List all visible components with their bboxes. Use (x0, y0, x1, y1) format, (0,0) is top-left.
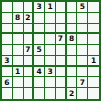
cell-r8c7[interactable] (67, 77, 78, 88)
cell-r4c6: 7 (56, 34, 67, 45)
cell-r2c1[interactable] (2, 13, 13, 24)
cell-r9c1[interactable] (2, 88, 13, 99)
given-digit: 5 (80, 3, 85, 11)
cell-r8c2[interactable] (13, 77, 24, 88)
cell-r6c2[interactable] (13, 56, 24, 67)
cell-r5c7[interactable] (67, 45, 78, 56)
given-digit: 7 (25, 46, 30, 54)
cell-r1c1[interactable] (2, 2, 13, 13)
cell-r3c7[interactable] (67, 24, 78, 35)
given-digit: 7 (58, 35, 63, 43)
cell-r8c1: 6 (2, 77, 13, 88)
cell-r7c7[interactable] (67, 67, 78, 78)
given-digit: 3 (37, 3, 42, 11)
cell-r8c4[interactable] (34, 77, 45, 88)
cell-r1c3[interactable] (24, 2, 35, 13)
cell-r3c3[interactable] (24, 24, 35, 35)
cell-r8c9[interactable] (88, 77, 99, 88)
cell-r1c2[interactable] (13, 2, 24, 13)
cell-r3c1[interactable] (2, 24, 13, 35)
cell-r5c9[interactable] (88, 45, 99, 56)
cell-r1c6[interactable] (56, 2, 67, 13)
cell-r2c6[interactable] (56, 13, 67, 24)
cell-r9c7: 2 (67, 88, 78, 99)
given-digit: 8 (15, 14, 20, 22)
given-digit: 3 (4, 57, 9, 65)
given-digit: 1 (15, 68, 20, 76)
cell-r9c9[interactable] (88, 88, 99, 99)
given-digit: 8 (69, 35, 74, 43)
cell-r3c9[interactable] (88, 24, 99, 35)
given-digit: 1 (91, 57, 96, 65)
cell-r4c8[interactable] (77, 34, 88, 45)
cell-r2c2: 8 (13, 13, 24, 24)
cell-r7c5: 3 (45, 67, 56, 78)
cell-r3c2[interactable] (13, 24, 24, 35)
cell-r6c4[interactable] (34, 56, 45, 67)
cell-r9c6[interactable] (56, 88, 67, 99)
cell-r2c5[interactable] (45, 13, 56, 24)
given-digit: 2 (69, 90, 74, 98)
cell-r4c2[interactable] (13, 34, 24, 45)
cell-r4c7: 8 (67, 34, 78, 45)
cell-r1c7[interactable] (67, 2, 78, 13)
cell-r4c1[interactable] (2, 34, 13, 45)
cell-r3c8[interactable] (77, 24, 88, 35)
cell-r3c5[interactable] (45, 24, 56, 35)
cell-r5c1[interactable] (2, 45, 13, 56)
cell-r2c7[interactable] (67, 13, 78, 24)
cell-r9c8[interactable] (77, 88, 88, 99)
cell-r7c8[interactable] (77, 67, 88, 78)
cell-r1c9[interactable] (88, 2, 99, 13)
cell-r7c2: 1 (13, 67, 24, 78)
cell-r6c5[interactable] (45, 56, 56, 67)
cell-r1c4: 3 (34, 2, 45, 13)
cell-r6c1: 3 (2, 56, 13, 67)
given-digit: 2 (25, 14, 30, 22)
cell-r6c6[interactable] (56, 56, 67, 67)
cell-r1c5: 1 (45, 2, 56, 13)
cell-r9c4[interactable] (34, 88, 45, 99)
cell-r7c1[interactable] (2, 67, 13, 78)
cell-r9c5[interactable] (45, 88, 56, 99)
cell-r4c5[interactable] (45, 34, 56, 45)
cell-r8c3[interactable] (24, 77, 35, 88)
cell-r3c6[interactable] (56, 24, 67, 35)
cell-r8c8: 7 (77, 77, 88, 88)
cell-r6c7[interactable] (67, 56, 78, 67)
cell-r5c6[interactable] (56, 45, 67, 56)
given-digit: 4 (37, 68, 42, 76)
cell-r4c9[interactable] (88, 34, 99, 45)
cell-r2c3: 2 (24, 13, 35, 24)
cell-r8c6[interactable] (56, 77, 67, 88)
cell-r4c4[interactable] (34, 34, 45, 45)
given-digit: 7 (80, 79, 85, 87)
cell-r7c3[interactable] (24, 67, 35, 78)
given-digit: 1 (47, 3, 52, 11)
cell-r5c8[interactable] (77, 45, 88, 56)
cell-r2c4[interactable] (34, 13, 45, 24)
cell-r6c3[interactable] (24, 56, 35, 67)
cell-r2c9[interactable] (88, 13, 99, 24)
cell-r2c8[interactable] (77, 13, 88, 24)
cell-r9c3[interactable] (24, 88, 35, 99)
given-digit: 3 (47, 68, 52, 76)
cell-r5c2[interactable] (13, 45, 24, 56)
cell-r1c8: 5 (77, 2, 88, 13)
cell-r3c4[interactable] (34, 24, 45, 35)
cell-r8c5[interactable] (45, 77, 56, 88)
cell-r6c8[interactable] (77, 56, 88, 67)
given-digit: 5 (37, 46, 42, 54)
sudoku-board: 31582787531143672 (0, 0, 101, 101)
cell-r5c5[interactable] (45, 45, 56, 56)
cell-r5c3: 7 (24, 45, 35, 56)
cell-r6c9: 1 (88, 56, 99, 67)
cell-r5c4: 5 (34, 45, 45, 56)
cell-r7c6[interactable] (56, 67, 67, 78)
given-digit: 6 (4, 79, 9, 87)
cell-r7c4: 4 (34, 67, 45, 78)
cell-r7c9[interactable] (88, 67, 99, 78)
cell-r4c3[interactable] (24, 34, 35, 45)
cell-r9c2[interactable] (13, 88, 24, 99)
